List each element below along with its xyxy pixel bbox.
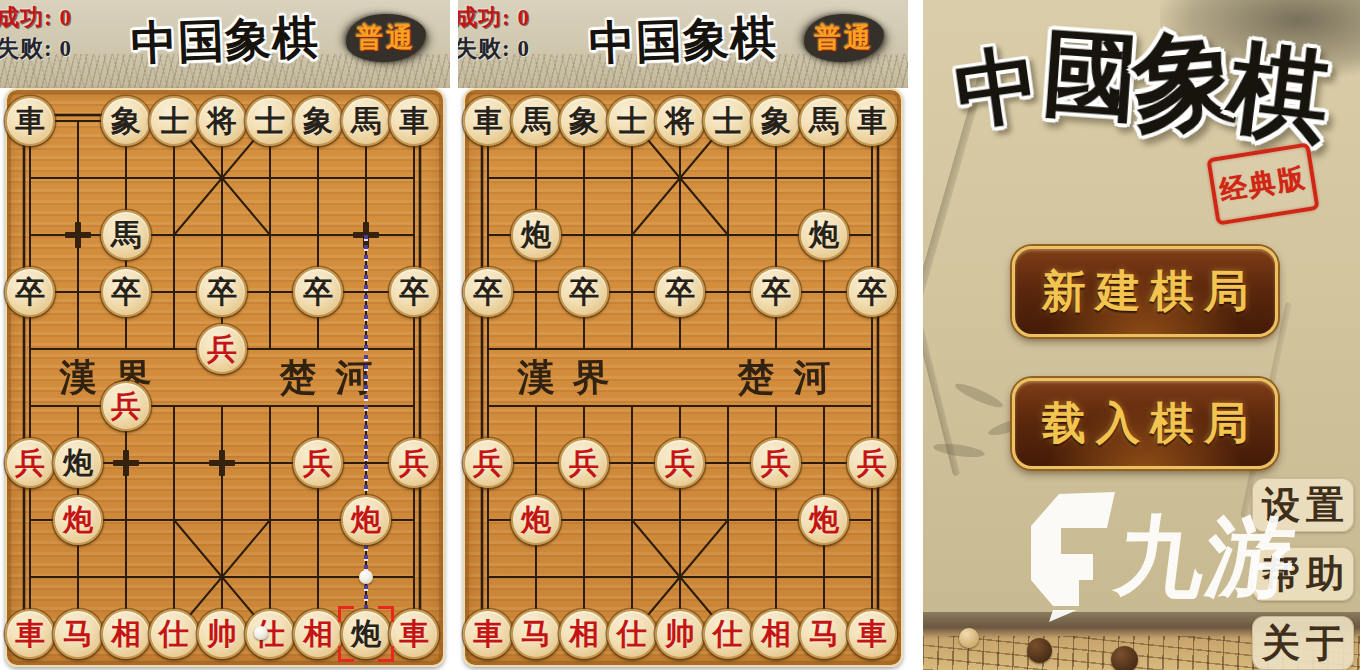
photo-game-piece (1111, 646, 1138, 670)
piece-glyph: 马 (809, 619, 839, 649)
piece-士-black[interactable]: 士 (149, 96, 199, 146)
piece-帅-red[interactable]: 帅 (655, 609, 705, 659)
piece-相-red[interactable]: 相 (751, 609, 801, 659)
piece-卒-black[interactable]: 卒 (293, 267, 343, 317)
piece-卒-black[interactable]: 卒 (655, 267, 705, 317)
piece-glyph: 兵 (207, 334, 237, 364)
piece-卒-black[interactable]: 卒 (101, 267, 151, 317)
piece-兵-red[interactable]: 兵 (197, 324, 247, 374)
piece-仕-red[interactable]: 仕 (149, 609, 199, 659)
piece-马-red[interactable]: 马 (53, 609, 103, 659)
piece-炮-red[interactable]: 炮 (511, 495, 561, 545)
piece-glyph: 車 (399, 106, 429, 136)
piece-卒-black[interactable]: 卒 (389, 267, 439, 317)
piece-glyph: 将 (665, 106, 695, 136)
score-block: 成功: 0 失败: 0 (458, 2, 530, 64)
piece-glyph: 仕 (617, 619, 647, 649)
selected-piece-marker (338, 606, 394, 662)
piece-仕-red[interactable]: 仕 (703, 609, 753, 659)
piece-炮-black[interactable]: 炮 (53, 438, 103, 488)
piece-glyph: 兵 (15, 448, 45, 478)
piece-車-black[interactable]: 車 (463, 96, 513, 146)
piece-馬-black[interactable]: 馬 (799, 96, 849, 146)
piece-glyph: 炮 (521, 220, 551, 250)
piece-glyph: 卒 (111, 277, 141, 307)
success-counter: 成功: 0 (0, 2, 72, 33)
piece-車-black[interactable]: 車 (389, 96, 439, 146)
piece-将-black[interactable]: 将 (655, 96, 705, 146)
fail-counter: 失败: 0 (0, 33, 72, 64)
piece-glyph: 兵 (665, 448, 695, 478)
piece-glyph: 車 (473, 619, 503, 649)
piece-glyph: 兵 (303, 448, 333, 478)
piece-glyph: 象 (303, 106, 333, 136)
piece-glyph: 帅 (665, 619, 695, 649)
piece-glyph: 車 (473, 106, 503, 136)
piece-glyph: 卒 (207, 277, 237, 307)
piece-兵-red[interactable]: 兵 (463, 438, 513, 488)
piece-卒-black[interactable]: 卒 (463, 267, 513, 317)
piece-glyph: 車 (857, 619, 887, 649)
piece-士-black[interactable]: 士 (607, 96, 657, 146)
piece-兵-red[interactable]: 兵 (389, 438, 439, 488)
trail-ball (359, 570, 373, 584)
bamboo-leaf (953, 380, 1005, 411)
piece-馬-black[interactable]: 馬 (341, 96, 391, 146)
piece-士-black[interactable]: 士 (245, 96, 295, 146)
piece-glyph: 卒 (569, 277, 599, 307)
load-game-button[interactable]: 载入棋局 (1012, 378, 1278, 469)
piece-兵-red[interactable]: 兵 (5, 438, 55, 488)
left-header: 成功: 0 失败: 0 中国象棋 普通 (0, 0, 450, 88)
piece-glyph: 兵 (473, 448, 503, 478)
piece-glyph: 卒 (473, 277, 503, 307)
piece-相-red[interactable]: 相 (101, 609, 151, 659)
piece-glyph: 馬 (351, 106, 381, 136)
screenshot-stage: 成功: 0 失败: 0 中国象棋 普通 漢界楚河車象士将士象馬車馬卒卒卒卒卒兵兵… (0, 0, 1360, 670)
piece-車-red[interactable]: 車 (847, 609, 897, 659)
piece-相-red[interactable]: 相 (559, 609, 609, 659)
point-marker (65, 222, 91, 248)
piece-卒-black[interactable]: 卒 (197, 267, 247, 317)
piece-兵-red[interactable]: 兵 (751, 438, 801, 488)
river-label: 漢 (59, 353, 97, 404)
piece-象-black[interactable]: 象 (559, 96, 609, 146)
success-counter: 成功: 0 (458, 2, 530, 33)
river-label: 河 (793, 353, 831, 404)
piece-glyph: 炮 (63, 448, 93, 478)
new-game-button[interactable]: 新建棋局 (1012, 246, 1278, 337)
menu-panel: 中國象棋 经典版 新建棋局 载入棋局 设置 帮助 关于 九游 (923, 0, 1360, 670)
piece-glyph: 卒 (303, 277, 333, 307)
jiuyou-logo-icon (1019, 492, 1123, 622)
piece-马-red[interactable]: 马 (511, 609, 561, 659)
piece-炮-red[interactable]: 炮 (53, 495, 103, 545)
piece-glyph: 兵 (857, 448, 887, 478)
piece-glyph: 马 (521, 619, 551, 649)
classic-edition-seal: 经典版 (1206, 142, 1319, 225)
piece-glyph: 帅 (207, 619, 237, 649)
piece-兵-red[interactable]: 兵 (559, 438, 609, 488)
middle-game-panel: 成功: 0 失败: 0 中国象棋 普通 漢界楚河車馬象士将士象馬車炮炮卒卒卒卒卒… (458, 0, 908, 670)
left-game-panel: 成功: 0 失败: 0 中国象棋 普通 漢界楚河車象士将士象馬車馬卒卒卒卒卒兵兵… (0, 0, 450, 670)
piece-glyph: 象 (111, 106, 141, 136)
fail-counter: 失败: 0 (458, 33, 530, 64)
photo-game-piece (959, 628, 979, 648)
piece-馬-black[interactable]: 馬 (101, 210, 151, 260)
xiangqi-board-middle[interactable]: 漢界楚河車馬象士将士象馬車炮炮卒卒卒卒卒兵兵兵兵兵炮炮車马相仕帅仕相马車 (463, 88, 903, 667)
piece-卒-black[interactable]: 卒 (559, 267, 609, 317)
piece-glyph: 仕 (159, 619, 189, 649)
piece-兵-red[interactable]: 兵 (655, 438, 705, 488)
piece-glyph: 士 (617, 106, 647, 136)
piece-glyph: 兵 (111, 391, 141, 421)
piece-glyph: 马 (63, 619, 93, 649)
photo-game-piece (1027, 638, 1052, 663)
app-title: 中國象棋 (923, 2, 1353, 154)
river-label: 楚 (737, 353, 775, 404)
point-marker (113, 450, 139, 476)
piece-glyph: 馬 (521, 106, 551, 136)
piece-馬-black[interactable]: 馬 (511, 96, 561, 146)
piece-glyph: 兵 (569, 448, 599, 478)
piece-炮-red[interactable]: 炮 (799, 495, 849, 545)
river-label: 楚 (279, 353, 317, 404)
piece-相-red[interactable]: 相 (293, 609, 343, 659)
piece-glyph: 車 (399, 619, 429, 649)
piece-glyph: 相 (569, 619, 599, 649)
difficulty-badge[interactable]: 普通 (803, 13, 885, 64)
piece-glyph: 兵 (761, 448, 791, 478)
jiuyou-watermark: 九游 (1019, 492, 1297, 622)
piece-glyph: 炮 (351, 505, 381, 535)
point-marker (209, 450, 235, 476)
difficulty-badge[interactable]: 普通 (345, 13, 427, 64)
piece-象-black[interactable]: 象 (101, 96, 151, 146)
piece-glyph: 象 (569, 106, 599, 136)
piece-glyph: 兵 (399, 448, 429, 478)
piece-glyph: 炮 (809, 220, 839, 250)
piece-glyph: 炮 (809, 505, 839, 535)
piece-glyph: 相 (303, 619, 333, 649)
piece-glyph: 士 (255, 106, 285, 136)
piece-兵-red[interactable]: 兵 (101, 381, 151, 431)
piece-glyph: 馬 (111, 220, 141, 250)
piece-glyph: 炮 (521, 505, 551, 535)
piece-車-red[interactable]: 車 (389, 609, 439, 659)
piece-卒-black[interactable]: 卒 (751, 267, 801, 317)
piece-仕-red[interactable]: 仕 (607, 609, 657, 659)
piece-兵-red[interactable]: 兵 (847, 438, 897, 488)
piece-帅-red[interactable]: 帅 (197, 609, 247, 659)
piece-glyph: 卒 (665, 277, 695, 307)
piece-glyph: 車 (15, 619, 45, 649)
piece-glyph: 象 (761, 106, 791, 136)
piece-glyph: 卒 (399, 277, 429, 307)
piece-卒-black[interactable]: 卒 (5, 267, 55, 317)
piece-車-black[interactable]: 車 (5, 96, 55, 146)
score-block: 成功: 0 失败: 0 (0, 2, 72, 64)
piece-士-black[interactable]: 士 (703, 96, 753, 146)
xiangqi-board-left[interactable]: 漢界楚河車象士将士象馬車馬卒卒卒卒卒兵兵兵炮兵兵炮炮車马相仕帅仕相炮車 (5, 88, 445, 667)
piece-glyph: 卒 (761, 277, 791, 307)
about-button[interactable]: 关于 (1252, 616, 1354, 670)
piece-glyph: 馬 (809, 106, 839, 136)
piece-仕-red[interactable]: 仕 (245, 609, 295, 659)
piece-glyph: 士 (713, 106, 743, 136)
trail-ball (254, 626, 268, 640)
middle-header: 成功: 0 失败: 0 中国象棋 普通 (458, 0, 908, 88)
piece-炮-black[interactable]: 炮 (799, 210, 849, 260)
piece-車-red[interactable]: 車 (463, 609, 513, 659)
piece-glyph: 卒 (15, 277, 45, 307)
piece-马-red[interactable]: 马 (799, 609, 849, 659)
piece-glyph: 相 (111, 619, 141, 649)
piece-炮-black[interactable]: 炮 (511, 210, 561, 260)
piece-将-black[interactable]: 将 (197, 96, 247, 146)
piece-象-black[interactable]: 象 (751, 96, 801, 146)
piece-卒-black[interactable]: 卒 (847, 267, 897, 317)
piece-glyph: 将 (207, 106, 237, 136)
piece-glyph: 相 (761, 619, 791, 649)
piece-glyph: 士 (159, 106, 189, 136)
river-label: 界 (572, 353, 610, 404)
piece-glyph: 卒 (857, 277, 887, 307)
piece-象-black[interactable]: 象 (293, 96, 343, 146)
piece-炮-red[interactable]: 炮 (341, 495, 391, 545)
piece-車-black[interactable]: 車 (847, 96, 897, 146)
piece-glyph: 仕 (713, 619, 743, 649)
piece-glyph: 車 (857, 106, 887, 136)
piece-車-red[interactable]: 車 (5, 609, 55, 659)
river-label: 漢 (517, 353, 555, 404)
piece-兵-red[interactable]: 兵 (293, 438, 343, 488)
bamboo-leaf (932, 441, 985, 459)
piece-glyph: 炮 (63, 505, 93, 535)
piece-glyph: 車 (15, 106, 45, 136)
